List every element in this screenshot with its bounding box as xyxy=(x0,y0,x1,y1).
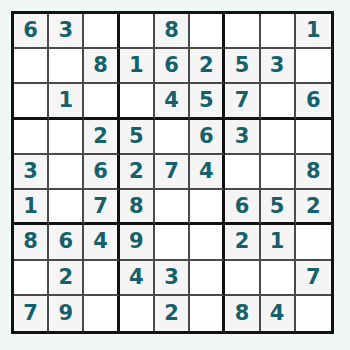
sudoku-cell-r6c5[interactable] xyxy=(155,190,190,225)
sudoku-cell-r6c3[interactable]: 7 xyxy=(84,190,119,225)
sudoku-given-digit: 8 xyxy=(129,196,144,217)
sudoku-given-digit: 2 xyxy=(59,267,74,288)
sudoku-cell-r4c1[interactable] xyxy=(14,120,49,155)
sudoku-given-digit: 8 xyxy=(93,55,108,76)
sudoku-given-digit: 8 xyxy=(23,231,38,252)
sudoku-cell-r9c4[interactable] xyxy=(120,296,155,331)
sudoku-given-digit: 9 xyxy=(129,231,144,252)
sudoku-cell-r6c8[interactable]: 5 xyxy=(261,190,296,225)
sudoku-cell-r8c3[interactable] xyxy=(84,261,119,296)
sudoku-cell-r9c7[interactable]: 8 xyxy=(225,296,260,331)
sudoku-cell-r2c5[interactable]: 6 xyxy=(155,49,190,84)
sudoku-given-digit: 3 xyxy=(23,161,38,182)
sudoku-cell-r2c4[interactable]: 1 xyxy=(120,49,155,84)
sudoku-given-digit: 1 xyxy=(129,55,144,76)
sudoku-given-digit: 2 xyxy=(306,196,321,217)
sudoku-given-digit: 6 xyxy=(235,196,250,217)
sudoku-given-digit: 9 xyxy=(59,303,74,324)
sudoku-given-digit: 2 xyxy=(93,126,108,147)
sudoku-given-digit: 8 xyxy=(306,161,321,182)
sudoku-cell-r7c1[interactable]: 8 xyxy=(14,225,49,260)
sudoku-cell-r7c7[interactable]: 2 xyxy=(225,225,260,260)
sudoku-cell-r2c1[interactable] xyxy=(14,49,49,84)
sudoku-cell-r1c6[interactable] xyxy=(190,14,225,49)
sudoku-cell-r5c7[interactable] xyxy=(225,155,260,190)
sudoku-given-digit: 8 xyxy=(235,303,250,324)
sudoku-cell-r8c4[interactable]: 4 xyxy=(120,261,155,296)
sudoku-cell-r4c2[interactable] xyxy=(49,120,84,155)
sudoku-cell-r9c2[interactable]: 9 xyxy=(49,296,84,331)
sudoku-given-digit: 2 xyxy=(164,303,179,324)
sudoku-cell-r3c3[interactable] xyxy=(84,84,119,119)
sudoku-cell-r2c7[interactable]: 5 xyxy=(225,49,260,84)
sudoku-given-digit: 6 xyxy=(306,90,321,111)
sudoku-cell-r7c4[interactable]: 9 xyxy=(120,225,155,260)
sudoku-given-digit: 6 xyxy=(93,161,108,182)
sudoku-given-digit: 5 xyxy=(129,126,144,147)
sudoku-cell-r5c3[interactable]: 6 xyxy=(84,155,119,190)
sudoku-cell-r1c3[interactable] xyxy=(84,14,119,49)
sudoku-given-digit: 6 xyxy=(59,231,74,252)
sudoku-given-digit: 6 xyxy=(199,126,214,147)
sudoku-cell-r8c8[interactable] xyxy=(261,261,296,296)
sudoku-cell-r8c1[interactable] xyxy=(14,261,49,296)
sudoku-given-digit: 6 xyxy=(164,55,179,76)
sudoku-cell-r3c5[interactable]: 4 xyxy=(155,84,190,119)
sudoku-given-digit: 5 xyxy=(199,90,214,111)
sudoku-given-digit: 3 xyxy=(235,126,250,147)
sudoku-cell-r5c1[interactable]: 3 xyxy=(14,155,49,190)
sudoku-given-digit: 4 xyxy=(93,231,108,252)
sudoku-cell-r6c6[interactable] xyxy=(190,190,225,225)
sudoku-cell-r6c2[interactable] xyxy=(49,190,84,225)
sudoku-given-digit: 3 xyxy=(164,267,179,288)
sudoku-given-digit: 4 xyxy=(199,161,214,182)
sudoku-cell-r9c1[interactable]: 7 xyxy=(14,296,49,331)
sudoku-given-digit: 4 xyxy=(270,303,285,324)
sudoku-cell-r3c6[interactable]: 5 xyxy=(190,84,225,119)
sudoku-given-digit: 7 xyxy=(235,90,250,111)
sudoku-cell-r5c8[interactable] xyxy=(261,155,296,190)
sudoku-given-digit: 1 xyxy=(270,231,285,252)
sudoku-cell-r1c1[interactable]: 6 xyxy=(14,14,49,49)
sudoku-cell-r1c5[interactable]: 8 xyxy=(155,14,190,49)
sudoku-given-digit: 1 xyxy=(306,20,321,41)
sudoku-cell-r4c7[interactable]: 3 xyxy=(225,120,260,155)
sudoku-cell-r2c2[interactable] xyxy=(49,49,84,84)
sudoku-cell-r5c4[interactable]: 2 xyxy=(120,155,155,190)
sudoku-cell-r5c9[interactable]: 8 xyxy=(296,155,331,190)
sudoku-given-digit: 3 xyxy=(270,55,285,76)
sudoku-given-digit: 2 xyxy=(129,161,144,182)
sudoku-cell-r7c2[interactable]: 6 xyxy=(49,225,84,260)
sudoku-cell-r4c9[interactable] xyxy=(296,120,331,155)
sudoku-cell-r8c9[interactable]: 7 xyxy=(296,261,331,296)
sudoku-cell-r5c6[interactable]: 4 xyxy=(190,155,225,190)
sudoku-cell-r7c9[interactable] xyxy=(296,225,331,260)
sudoku-cell-r1c9[interactable]: 1 xyxy=(296,14,331,49)
sudoku-cell-r2c3[interactable]: 8 xyxy=(84,49,119,84)
sudoku-given-digit: 8 xyxy=(164,20,179,41)
sudoku-cell-r9c8[interactable]: 4 xyxy=(261,296,296,331)
sudoku-given-digit: 7 xyxy=(306,267,321,288)
sudoku-cell-r6c1[interactable]: 1 xyxy=(14,190,49,225)
sudoku-cell-r3c4[interactable] xyxy=(120,84,155,119)
sudoku-given-digit: 5 xyxy=(235,55,250,76)
sudoku-given-digit: 7 xyxy=(164,161,179,182)
sudoku-cell-r9c3[interactable] xyxy=(84,296,119,331)
sudoku-given-digit: 4 xyxy=(164,90,179,111)
sudoku-cell-r6c7[interactable]: 6 xyxy=(225,190,260,225)
sudoku-cell-r9c9[interactable] xyxy=(296,296,331,331)
sudoku-cell-r7c3[interactable]: 4 xyxy=(84,225,119,260)
sudoku-cell-r4c4[interactable]: 5 xyxy=(120,120,155,155)
sudoku-cell-r9c6[interactable] xyxy=(190,296,225,331)
sudoku-cell-r7c5[interactable] xyxy=(155,225,190,260)
sudoku-given-digit: 4 xyxy=(129,267,144,288)
sudoku-cell-r2c6[interactable]: 2 xyxy=(190,49,225,84)
sudoku-cell-r7c8[interactable]: 1 xyxy=(261,225,296,260)
sudoku-cell-r3c7[interactable]: 7 xyxy=(225,84,260,119)
sudoku-cell-r8c5[interactable]: 3 xyxy=(155,261,190,296)
sudoku-cell-r6c4[interactable]: 8 xyxy=(120,190,155,225)
sudoku-given-digit: 2 xyxy=(199,55,214,76)
sudoku-cell-r3c2[interactable]: 1 xyxy=(49,84,84,119)
sudoku-cell-r3c1[interactable] xyxy=(14,84,49,119)
sudoku-cell-r6c9[interactable]: 2 xyxy=(296,190,331,225)
sudoku-cell-r2c8[interactable]: 3 xyxy=(261,49,296,84)
sudoku-given-digit: 3 xyxy=(59,20,74,41)
sudoku-board: 6381816253145762563362748178652864921243… xyxy=(11,11,334,334)
sudoku-cell-r4c3[interactable]: 2 xyxy=(84,120,119,155)
sudoku-cell-r2c9[interactable] xyxy=(296,49,331,84)
sudoku-given-digit: 7 xyxy=(23,303,38,324)
sudoku-cell-r5c2[interactable] xyxy=(49,155,84,190)
sudoku-given-digit: 1 xyxy=(23,196,38,217)
sudoku-given-digit: 1 xyxy=(59,90,74,111)
sudoku-given-digit: 2 xyxy=(235,231,250,252)
sudoku-given-digit: 7 xyxy=(93,196,108,217)
sudoku-cell-r3c9[interactable]: 6 xyxy=(296,84,331,119)
sudoku-cell-r4c5[interactable] xyxy=(155,120,190,155)
sudoku-given-digit: 5 xyxy=(270,196,285,217)
sudoku-cell-r4c8[interactable] xyxy=(261,120,296,155)
sudoku-cell-r5c5[interactable]: 7 xyxy=(155,155,190,190)
sudoku-cell-r8c2[interactable]: 2 xyxy=(49,261,84,296)
sudoku-cell-r1c4[interactable] xyxy=(120,14,155,49)
sudoku-cell-r1c8[interactable] xyxy=(261,14,296,49)
sudoku-cell-r8c7[interactable] xyxy=(225,261,260,296)
sudoku-cell-r1c2[interactable]: 3 xyxy=(49,14,84,49)
sudoku-cell-r1c7[interactable] xyxy=(225,14,260,49)
sudoku-cell-r4c6[interactable]: 6 xyxy=(190,120,225,155)
sudoku-cell-r7c6[interactable] xyxy=(190,225,225,260)
sudoku-cell-r8c6[interactable] xyxy=(190,261,225,296)
sudoku-cell-r9c5[interactable]: 2 xyxy=(155,296,190,331)
sudoku-cell-r3c8[interactable] xyxy=(261,84,296,119)
sudoku-given-digit: 6 xyxy=(23,20,38,41)
